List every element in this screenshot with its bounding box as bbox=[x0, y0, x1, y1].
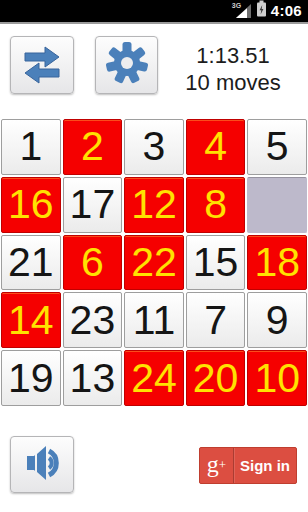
board-cell: 2 bbox=[62, 118, 124, 176]
tile-3[interactable]: 3 bbox=[124, 119, 184, 175]
board-cell: 7 bbox=[185, 291, 247, 349]
shuffle-icon bbox=[17, 41, 67, 89]
battery-icon bbox=[256, 0, 267, 21]
tile-23[interactable]: 23 bbox=[63, 292, 123, 348]
app-screen: 3G 4:06 bbox=[0, 0, 308, 512]
settings-gear-icon bbox=[104, 40, 150, 90]
tile-9[interactable]: 9 bbox=[247, 292, 307, 348]
timer-text: 1:13.51 bbox=[162, 42, 304, 69]
tile-7[interactable]: 7 bbox=[186, 292, 246, 348]
board-cell: 1 bbox=[0, 118, 62, 176]
tile-5[interactable]: 5 bbox=[247, 119, 307, 175]
board-cell: 17 bbox=[62, 176, 124, 234]
tile-2[interactable]: 2 bbox=[63, 119, 123, 175]
board-cell: 19 bbox=[0, 349, 62, 407]
board-cell: 20 bbox=[185, 349, 247, 407]
board-cell bbox=[246, 176, 308, 234]
tile-16[interactable]: 16 bbox=[1, 177, 61, 233]
tile-11[interactable]: 11 bbox=[124, 292, 184, 348]
clock: 4:06 bbox=[271, 2, 302, 19]
tile-13[interactable]: 13 bbox=[63, 350, 123, 406]
board-cell: 12 bbox=[123, 176, 185, 234]
board-cell: 18 bbox=[246, 234, 308, 292]
board-cell: 15 bbox=[185, 234, 247, 292]
board-cell: 6 bbox=[62, 234, 124, 292]
tile-24[interactable]: 24 bbox=[124, 350, 184, 406]
tile-10[interactable]: 10 bbox=[247, 350, 307, 406]
board-cell: 22 bbox=[123, 234, 185, 292]
tile-6[interactable]: 6 bbox=[63, 235, 123, 291]
tile-19[interactable]: 19 bbox=[1, 350, 61, 406]
board-cell: 24 bbox=[123, 349, 185, 407]
board-cell: 16 bbox=[0, 176, 62, 234]
board-cell: 9 bbox=[246, 291, 308, 349]
board-cell: 5 bbox=[246, 118, 308, 176]
speaker-icon bbox=[20, 442, 64, 488]
settings-button[interactable] bbox=[95, 36, 158, 94]
google-signin-button[interactable]: g+ Sign in bbox=[199, 447, 297, 484]
moves-counter: 10 moves bbox=[162, 69, 304, 96]
tile-8[interactable]: 8 bbox=[186, 177, 246, 233]
board-cell: 8 bbox=[185, 176, 247, 234]
tile-4[interactable]: 4 bbox=[186, 119, 246, 175]
tile-22[interactable]: 22 bbox=[124, 235, 184, 291]
tile-20[interactable]: 20 bbox=[186, 350, 246, 406]
signal-icon: 3G bbox=[232, 2, 252, 19]
gplus-logo: g+ bbox=[200, 448, 233, 483]
sound-button[interactable] bbox=[10, 436, 74, 493]
network-type-label: 3G bbox=[232, 2, 241, 9]
tile-15[interactable]: 15 bbox=[186, 235, 246, 291]
status-bar: 3G 4:06 bbox=[0, 0, 308, 24]
board-cell: 13 bbox=[62, 349, 124, 407]
tile-14[interactable]: 14 bbox=[1, 292, 61, 348]
board-cell: 23 bbox=[62, 291, 124, 349]
empty-cell bbox=[247, 177, 307, 233]
game-stats: 1:13.51 10 moves bbox=[162, 42, 304, 96]
signin-label: Sign in bbox=[233, 448, 296, 483]
board-cell: 4 bbox=[185, 118, 247, 176]
board-cell: 10 bbox=[246, 349, 308, 407]
board-cell: 11 bbox=[123, 291, 185, 349]
board-cell: 21 bbox=[0, 234, 62, 292]
tile-18[interactable]: 18 bbox=[247, 235, 307, 291]
board-cell: 14 bbox=[0, 291, 62, 349]
shuffle-button[interactable] bbox=[10, 36, 74, 94]
tile-12[interactable]: 12 bbox=[124, 177, 184, 233]
puzzle-board: 123451617128216221518142311791913242010 bbox=[0, 118, 308, 407]
tile-21[interactable]: 21 bbox=[1, 235, 61, 291]
board-cell: 3 bbox=[123, 118, 185, 176]
tile-1[interactable]: 1 bbox=[1, 119, 61, 175]
tile-17[interactable]: 17 bbox=[63, 177, 123, 233]
